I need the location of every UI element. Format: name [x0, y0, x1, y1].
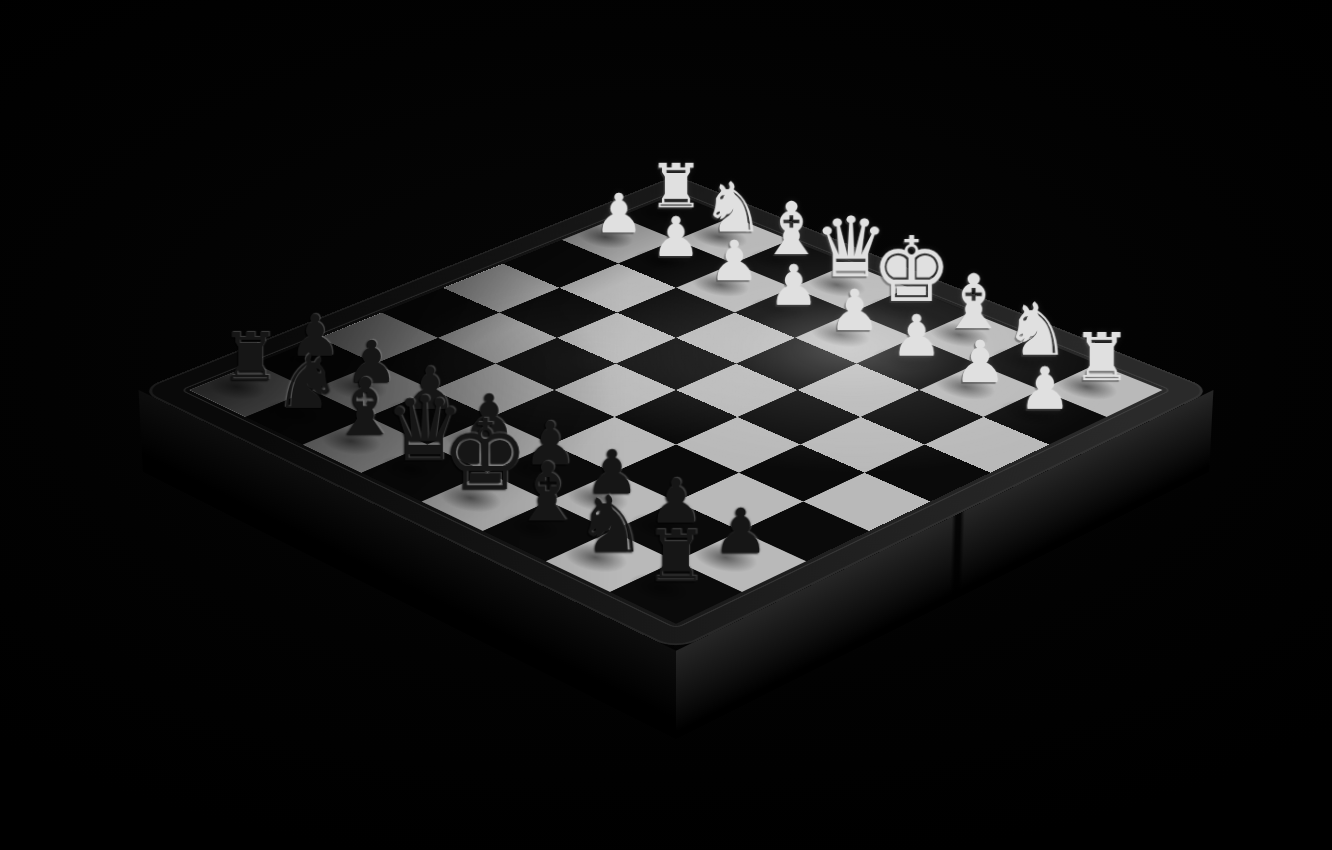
white-pawn-icon: ♟ — [769, 259, 819, 312]
scene-background: ♜♞♝♛♚♝♞♜♟♟♟♟♟♟♟♟♟♟♟♟♟♟♟♟♜♞♝♛♚♝♞♜ — [0, 0, 1332, 850]
white-pawn-h2[interactable]: ♟ — [1001, 286, 1088, 417]
white-pawn-icon: ♟ — [829, 284, 880, 338]
white-pawn-icon: ♟ — [1019, 361, 1072, 417]
black-rook-h8[interactable]: ♜ — [629, 451, 722, 592]
white-pawn-icon: ♟ — [891, 309, 942, 363]
chessboard: ♜♞♝♛♚♝♞♜♟♟♟♟♟♟♟♟♟♟♟♟♟♟♟♟♜♞♝♛♚♝♞♜ — [190, 194, 1163, 624]
white-pawn-icon: ♟ — [954, 335, 1006, 390]
black-rook-icon: ♜ — [644, 524, 708, 592]
